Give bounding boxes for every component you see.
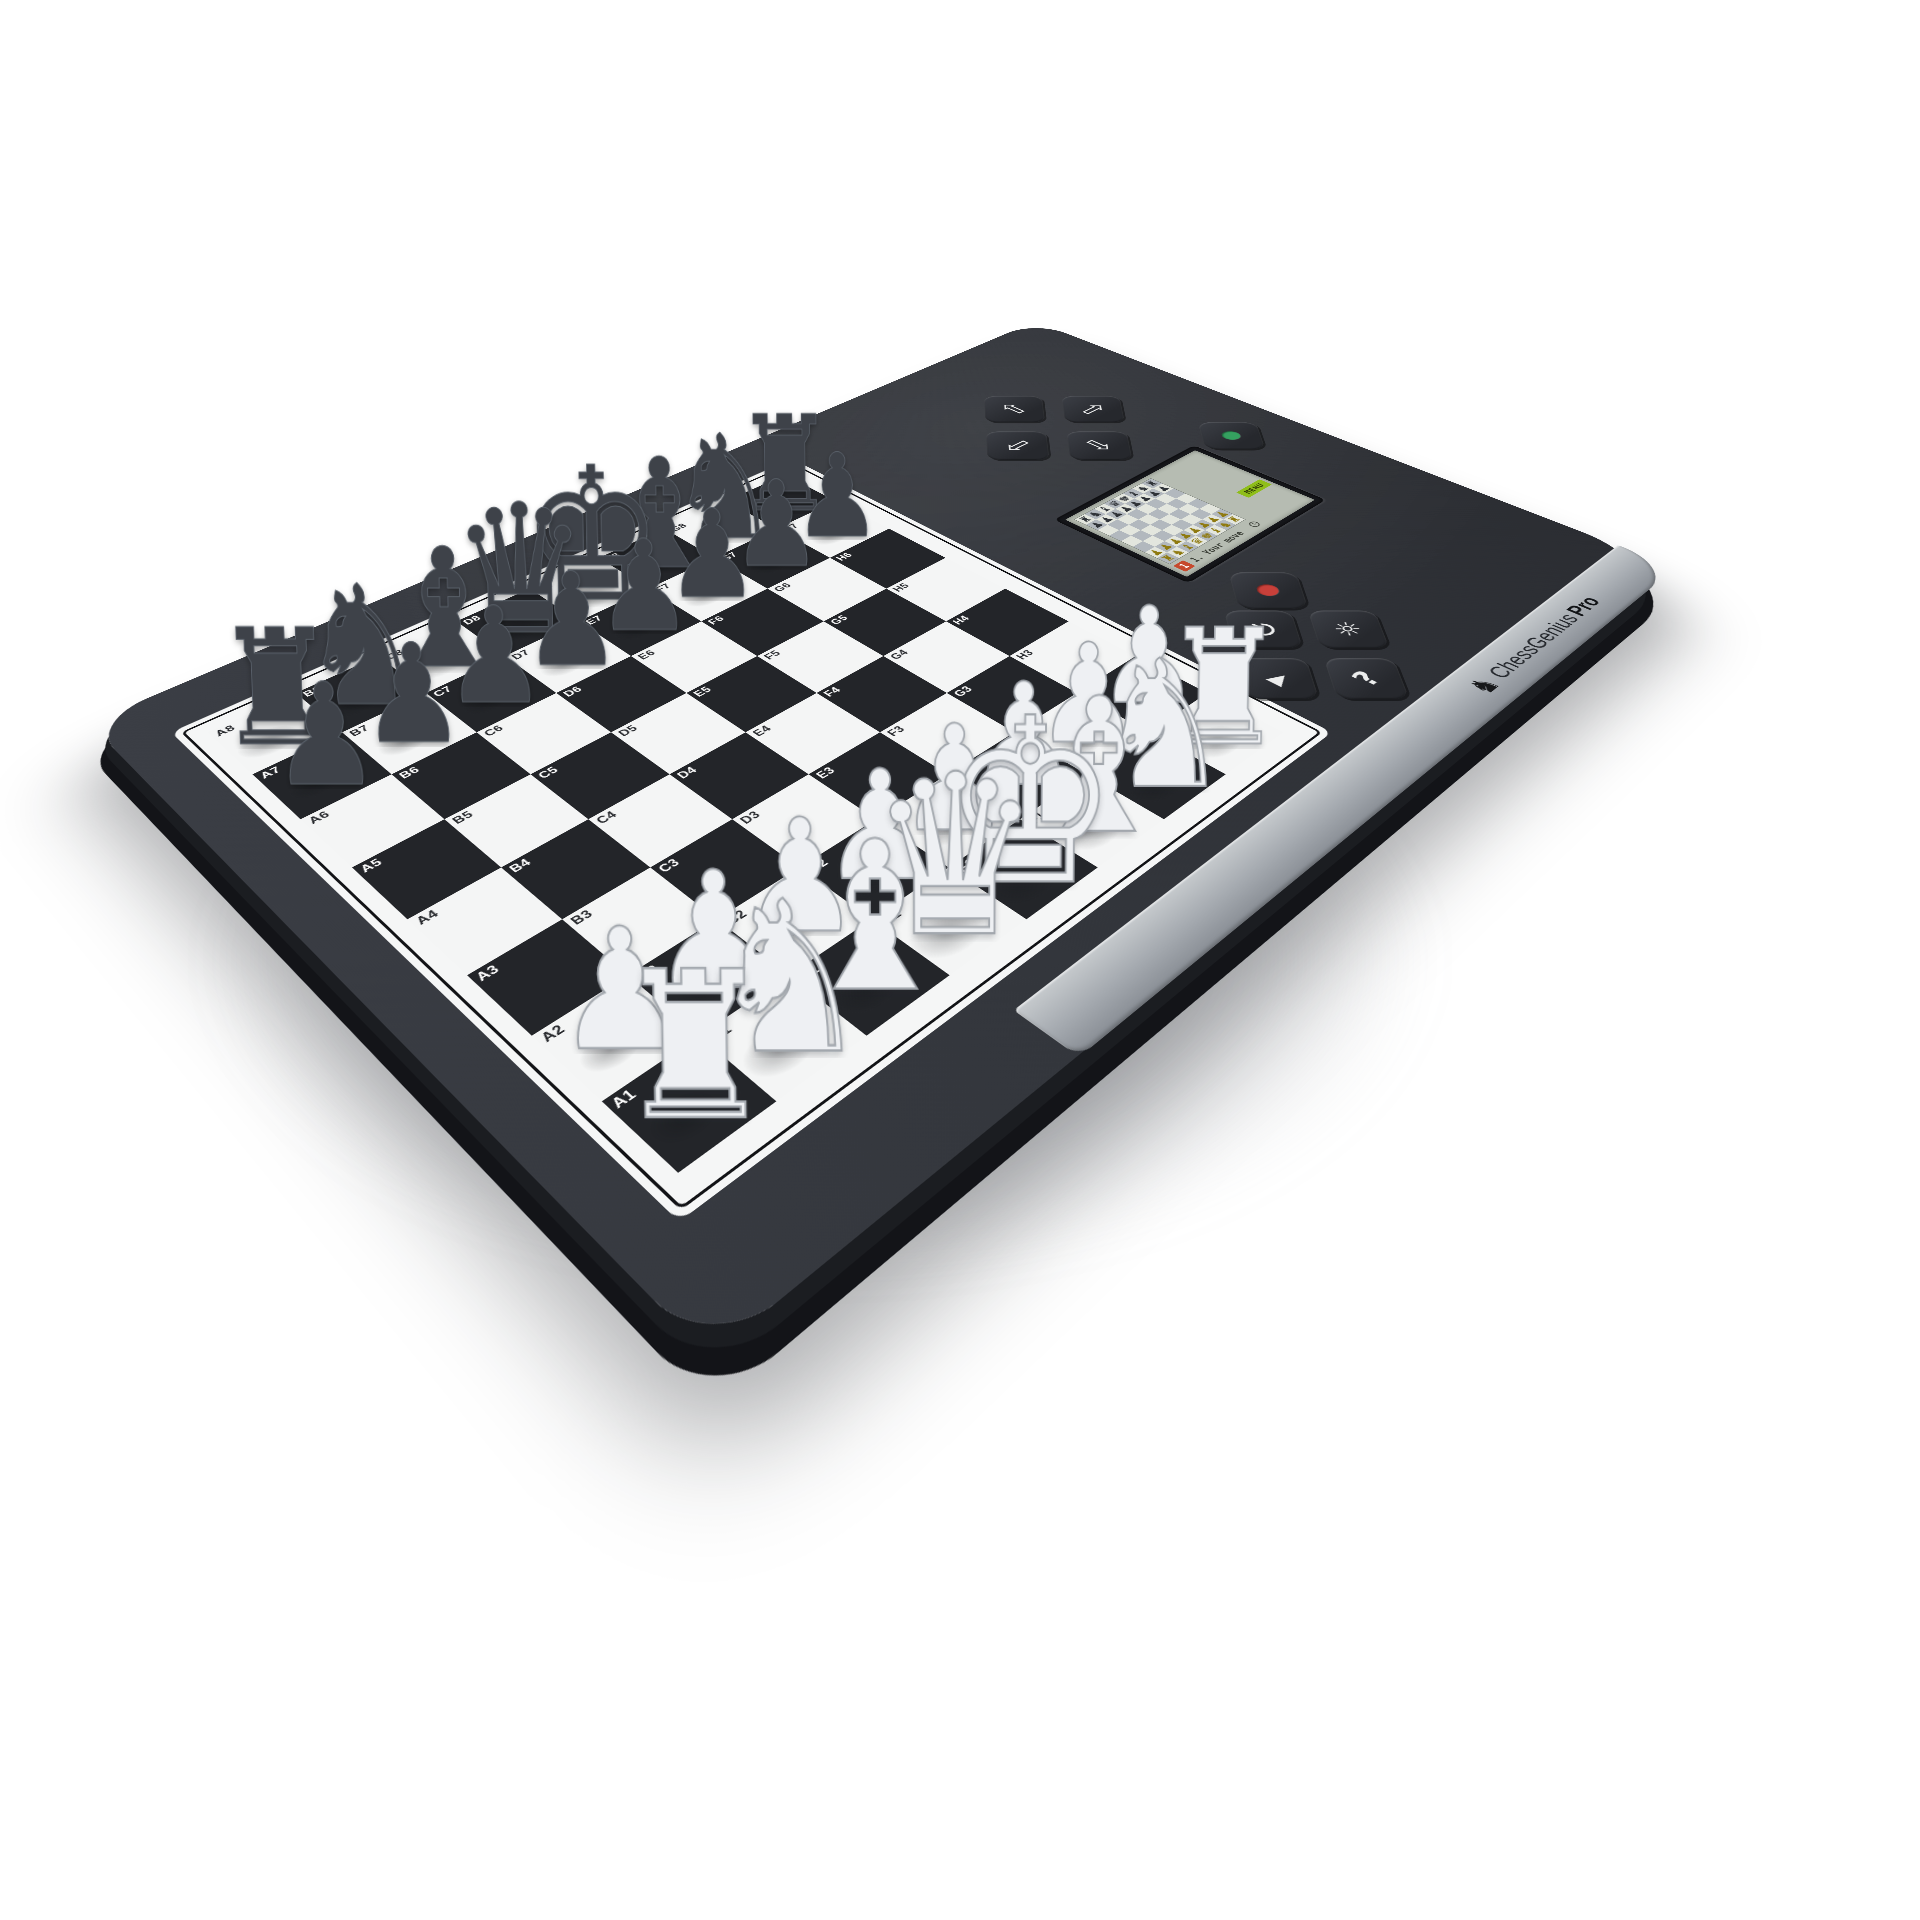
board-coordinate-label: C5: [536, 765, 561, 781]
square-b1[interactable]: B1: [699, 975, 866, 1101]
board-coordinate-label: G2: [1019, 723, 1044, 738]
board-coordinate-label: A1: [608, 1087, 640, 1111]
square-b5[interactable]: B5: [444, 774, 588, 867]
board-coordinate-label: G3: [952, 685, 976, 699]
board-coordinate-label: D2: [805, 857, 832, 875]
square-f2[interactable]: F2: [948, 732, 1087, 819]
board-coordinate-label: B2: [634, 963, 663, 984]
square-c6[interactable]: C6: [477, 693, 611, 774]
board-coordinate-label: A4: [413, 908, 441, 927]
board-coordinate-label: C3: [656, 857, 683, 875]
square-h1[interactable]: H1: [1149, 693, 1283, 774]
square-d3[interactable]: D3: [732, 774, 876, 867]
square-c4[interactable]: C4: [588, 774, 732, 867]
green-dot-icon: [1218, 430, 1244, 442]
board-coordinate-label: C4: [594, 809, 620, 826]
arrow-left-icon: ⇦: [974, 426, 1060, 466]
board-coordinate-label: E3: [814, 765, 838, 780]
square-c7[interactable]: C7: [426, 656, 556, 732]
board-coordinate-label: G5: [828, 614, 851, 626]
board-coordinate-label: F7: [653, 582, 673, 593]
board-coordinate-label: E1: [954, 857, 980, 874]
board-coordinate-label: E2: [881, 810, 906, 826]
square-a3[interactable]: A3: [467, 919, 628, 1035]
board-coordinate-label: B3: [568, 908, 596, 927]
light-icon: ☼: [1300, 603, 1396, 656]
knight-logo-icon: ♞: [1463, 673, 1506, 698]
board-coordinate-label: F4: [821, 685, 843, 698]
board-coordinate-label: H2: [1082, 685, 1105, 699]
board-coordinate-label: C7: [431, 685, 455, 699]
board-coordinate-label: B5: [450, 809, 476, 826]
board-coordinate-label: A3: [473, 963, 502, 984]
board-coordinate-label: A8: [213, 724, 238, 739]
red-dot-icon: [1253, 582, 1283, 598]
board-coordinate-label: A2: [538, 1022, 568, 1045]
board-coordinate-label: F5: [762, 649, 784, 661]
square-f1[interactable]: F1: [1020, 774, 1164, 867]
board-coordinate-label: H3: [1014, 648, 1037, 661]
square-e4[interactable]: E4: [746, 693, 880, 774]
clock-icon: [1246, 520, 1263, 529]
board-coordinate-label: E4: [751, 724, 775, 738]
square-d4[interactable]: D4: [670, 732, 809, 819]
help-button[interactable]: ?: [1324, 658, 1410, 699]
square-a7[interactable]: A7: [253, 732, 392, 819]
square-b2[interactable]: B2: [628, 919, 789, 1035]
brand-name: ChessGenius: [1482, 610, 1585, 682]
board-coordinate-label: C1: [795, 963, 824, 984]
board-coordinate-label: H6: [834, 551, 855, 562]
square-f4[interactable]: F4: [817, 656, 947, 732]
board-coordinate-label: A5: [358, 857, 385, 875]
board-coordinate-label: E7: [583, 614, 605, 626]
arrow-down-icon: ⇩: [1056, 426, 1142, 466]
board-coordinate-label: H8: [730, 495, 750, 505]
square-b7[interactable]: B7: [342, 693, 476, 774]
power-button[interactable]: [1224, 610, 1303, 648]
square-b8[interactable]: B8: [296, 656, 426, 732]
arrow-up-icon: ⇧: [972, 391, 1055, 428]
page-background: A8B8C8D8E8F8G8H8A7B7C7D7E7F7G7H7A6B6C6D6…: [0, 0, 1920, 1920]
board-coordinate-label: D1: [877, 908, 905, 927]
square-c1[interactable]: C1: [789, 919, 950, 1035]
board-coordinate-label: G7: [719, 551, 740, 562]
board-coordinate-label: B7: [347, 724, 372, 739]
square-g2[interactable]: G2: [1014, 693, 1148, 774]
board-coordinate-label: F1: [1025, 810, 1050, 826]
board-coordinate-label: D8: [461, 614, 483, 626]
lcd-bezel: ♜♞♝♛♚♝♞♜♟♟♟♟♟♟♟♟♟♟♟♟♟♟♟♟♜♞♝♛♚♝♞♜ 1 1. Yo…: [1054, 445, 1326, 583]
board-coordinate-label: H5: [891, 582, 912, 593]
lcd-menu-label[interactable]: MENU: [1236, 479, 1272, 498]
board-coordinate-label: E6: [636, 649, 658, 662]
board-coordinate-label: G1: [1092, 765, 1117, 781]
square-a1[interactable]: A1: [602, 1036, 777, 1173]
square-c3[interactable]: C3: [650, 819, 799, 919]
board-coordinate-label: B4: [507, 857, 534, 875]
square-h2[interactable]: H2: [1077, 656, 1207, 732]
board-coordinate-label: H4: [951, 614, 973, 626]
board-coordinate-label: F6: [706, 615, 727, 627]
square-b6[interactable]: B6: [392, 732, 531, 819]
square-b4[interactable]: B4: [501, 819, 650, 919]
power-icon: [1215, 603, 1311, 656]
square-c5[interactable]: C5: [531, 732, 670, 819]
board-coordinate-label: H1: [1154, 724, 1178, 739]
square-a8[interactable]: A8: [208, 693, 342, 774]
red-button[interactable]: [1228, 572, 1308, 609]
light-button[interactable]: ☼: [1308, 610, 1390, 648]
board-coordinate-label: C2: [723, 908, 751, 927]
board-coordinate-label: F2: [953, 766, 977, 781]
arrow-right-icon: ⇨: [1051, 391, 1134, 428]
board-coordinate-label: A6: [306, 809, 332, 826]
square-e5[interactable]: E5: [686, 656, 816, 732]
square-f3[interactable]: F3: [880, 693, 1014, 774]
square-b3[interactable]: B3: [562, 867, 717, 975]
square-d2[interactable]: D2: [799, 819, 948, 919]
play-button[interactable]: ▶: [1236, 658, 1319, 699]
board-coordinate-label: B1: [705, 1022, 735, 1045]
board-coordinate-label: D6: [561, 685, 585, 699]
board-coordinate-label: D4: [675, 765, 700, 781]
lcd-screen: ♜♞♝♛♚♝♞♜♟♟♟♟♟♟♟♟♟♟♟♟♟♟♟♟♜♞♝♛♚♝♞♜ 1 1. Yo…: [1065, 450, 1315, 577]
board-coordinate-label: E8: [534, 582, 555, 593]
square-d1[interactable]: D1: [872, 867, 1027, 975]
board-coordinate-label: D3: [738, 809, 764, 826]
arrow-down-button[interactable]: ⇩: [1066, 431, 1132, 459]
arrow-left-button[interactable]: ⇦: [986, 431, 1050, 459]
lcd-mini-board: ♜♞♝♛♚♝♞♜♟♟♟♟♟♟♟♟♟♟♟♟♟♟♟♟♜♞♝♛♚♝♞♜: [1074, 478, 1246, 564]
square-e2[interactable]: E2: [876, 774, 1020, 867]
board-coordinate-label: G4: [888, 648, 911, 661]
square-e1[interactable]: E1: [949, 819, 1098, 919]
board-coordinate-label: H7: [781, 523, 801, 533]
square-a4[interactable]: A4: [407, 867, 562, 975]
square-e3[interactable]: E3: [809, 732, 948, 819]
help-icon: ?: [1316, 650, 1417, 708]
square-a6[interactable]: A6: [301, 774, 445, 867]
green-button[interactable]: [1198, 422, 1266, 449]
board-coordinate-label: F3: [885, 724, 908, 738]
square-g1[interactable]: G1: [1087, 732, 1226, 819]
board-coordinate-label: E5: [691, 685, 714, 698]
board-coordinate-label: C6: [482, 724, 507, 739]
board-coordinate-label: F8: [603, 552, 623, 562]
board-coordinate-label: G6: [772, 582, 794, 594]
square-a2[interactable]: A2: [532, 975, 699, 1101]
square-g3[interactable]: G3: [947, 656, 1077, 732]
board-coordinate-label: B8: [301, 685, 325, 699]
board-coordinate-label: G8: [669, 522, 690, 532]
board-coordinate-label: C8: [384, 648, 407, 661]
board-coordinate-label: A7: [258, 765, 284, 781]
square-d5[interactable]: D5: [611, 693, 745, 774]
board-coordinate-label: D5: [616, 724, 640, 739]
square-d6[interactable]: D6: [556, 656, 686, 732]
arrow-up-button[interactable]: ⇧: [984, 396, 1045, 422]
board-coordinate-label: B6: [397, 765, 422, 781]
lcd-move-number-badge: 1: [1173, 560, 1195, 572]
arrow-right-button[interactable]: ⇨: [1061, 396, 1124, 422]
square-a5[interactable]: A5: [352, 819, 501, 919]
brand-suffix: Pro: [1561, 593, 1606, 619]
board-coordinate-label: D7: [510, 648, 533, 661]
square-c2[interactable]: C2: [717, 867, 872, 975]
